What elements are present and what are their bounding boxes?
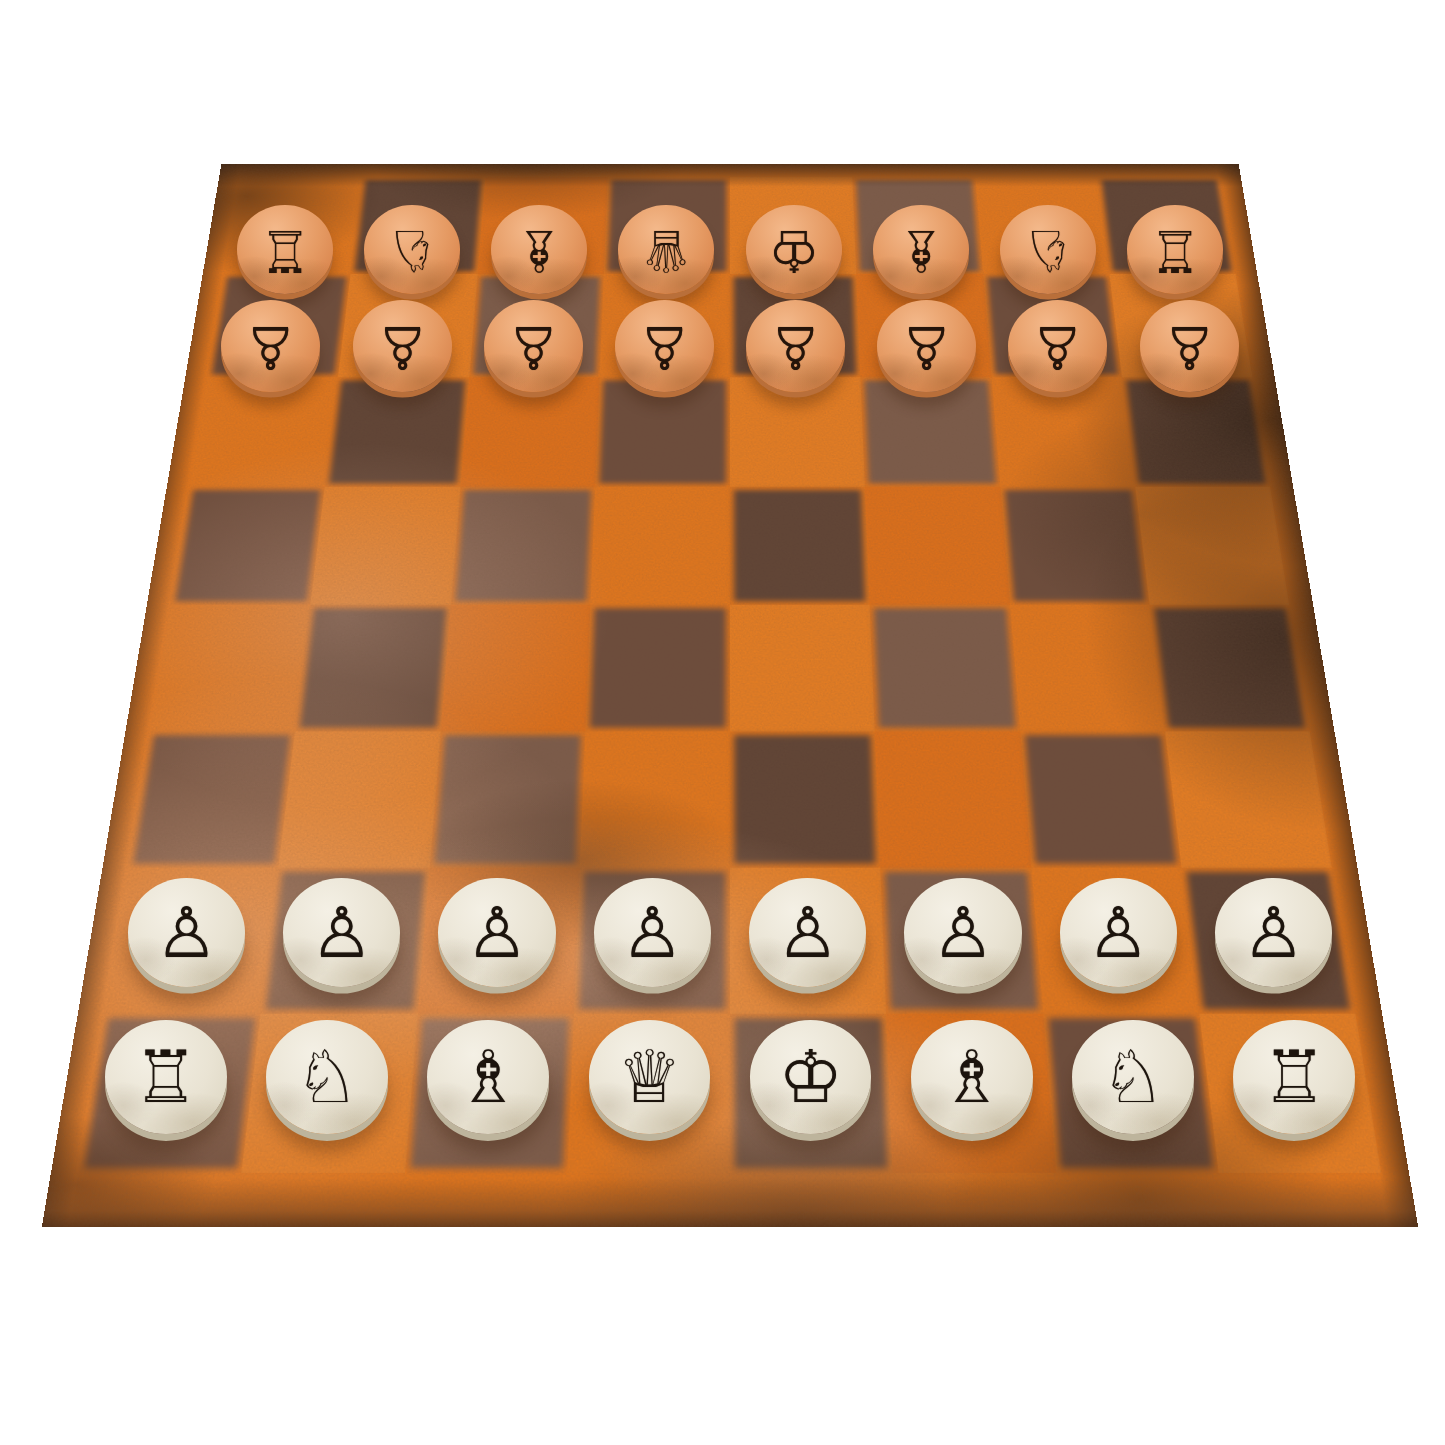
- square-f4[interactable]: [870, 605, 1020, 731]
- black-pawn-icon: ♙: [353, 300, 452, 393]
- square-b6[interactable]: [325, 377, 469, 487]
- dark-square-paint: [599, 380, 726, 484]
- square-b5[interactable]: [311, 487, 460, 605]
- dark-square-paint: [329, 380, 465, 484]
- black-bishop-icon: ♗: [873, 205, 969, 295]
- white-knight-icon: ♘: [266, 1020, 388, 1134]
- square-g4[interactable]: [1010, 605, 1165, 731]
- piece-black-rook-h8[interactable]: ♖: [1127, 205, 1223, 295]
- piece-black-bishop-f8[interactable]: ♗: [873, 205, 969, 295]
- square-f5[interactable]: [865, 487, 1010, 605]
- piece-black-pawn-a7[interactable]: ♙: [221, 300, 320, 393]
- square-c4[interactable]: [440, 605, 590, 731]
- square-h3[interactable]: [1165, 731, 1332, 867]
- dark-square-paint: [1004, 490, 1145, 601]
- piece-black-knight-g8[interactable]: ♘: [1000, 205, 1096, 295]
- dark-square-paint: [434, 735, 581, 863]
- piece-white-pawn-b2[interactable]: ♙: [283, 878, 400, 988]
- square-h6[interactable]: [1122, 377, 1270, 487]
- dark-square-paint: [1126, 380, 1266, 484]
- white-rook-icon: ♖: [105, 1020, 227, 1134]
- black-pawn-icon: ♙: [877, 300, 976, 393]
- piece-black-pawn-g7[interactable]: ♙: [1008, 300, 1107, 393]
- white-rook-icon: ♖: [1233, 1020, 1355, 1134]
- square-e6[interactable]: [730, 377, 865, 487]
- dark-square-paint: [734, 490, 866, 601]
- white-king-icon: ♔: [750, 1020, 872, 1134]
- dark-square-paint: [300, 608, 446, 727]
- piece-white-pawn-f2[interactable]: ♙: [904, 878, 1021, 988]
- white-bishop-icon: ♗: [427, 1020, 549, 1134]
- black-knight-icon: ♘: [364, 205, 460, 295]
- dark-square-paint: [455, 490, 591, 601]
- black-rook-icon: ♖: [1127, 205, 1223, 295]
- piece-black-pawn-b7[interactable]: ♙: [353, 300, 452, 393]
- black-queen-icon: ♕: [618, 205, 714, 295]
- piece-black-pawn-d7[interactable]: ♙: [615, 300, 714, 393]
- piece-white-bishop-c1[interactable]: ♗: [427, 1020, 549, 1134]
- piece-black-pawn-c7[interactable]: ♙: [484, 300, 583, 393]
- black-rook-icon: ♖: [237, 205, 333, 295]
- black-bishop-icon: ♗: [491, 205, 587, 295]
- square-f6[interactable]: [861, 377, 1000, 487]
- piece-white-rook-h1[interactable]: ♖: [1233, 1020, 1355, 1134]
- square-c6[interactable]: [460, 377, 599, 487]
- dark-square-paint: [1024, 735, 1176, 863]
- square-b3[interactable]: [279, 731, 440, 867]
- black-king-icon: ♔: [746, 205, 842, 295]
- piece-white-bishop-f1[interactable]: ♗: [911, 1020, 1033, 1134]
- piece-white-knight-b1[interactable]: ♘: [266, 1020, 388, 1134]
- piece-white-knight-g1[interactable]: ♘: [1072, 1020, 1194, 1134]
- white-knight-icon: ♘: [1072, 1020, 1194, 1134]
- chess-set-photo: ♖♘♗♕♔♗♘♖♙♙♙♙♙♙♙♙♙♙♙♙♙♙♙♙♖♘♗♕♔♗♘♖: [0, 0, 1445, 1445]
- white-pawn-icon: ♙: [128, 878, 245, 988]
- black-pawn-icon: ♙: [615, 300, 714, 393]
- black-pawn-icon: ♙: [1140, 300, 1239, 393]
- piece-white-pawn-a2[interactable]: ♙: [128, 878, 245, 988]
- square-e5[interactable]: [730, 487, 870, 605]
- piece-white-pawn-e2[interactable]: ♙: [749, 878, 866, 988]
- square-e3[interactable]: [730, 731, 880, 867]
- dark-square-paint: [734, 735, 876, 863]
- piece-black-rook-a8[interactable]: ♖: [237, 205, 333, 295]
- square-g5[interactable]: [1000, 487, 1149, 605]
- piece-black-bishop-c8[interactable]: ♗: [491, 205, 587, 295]
- piece-white-king-e1[interactable]: ♔: [750, 1020, 872, 1134]
- square-a6[interactable]: [190, 377, 338, 487]
- white-pawn-icon: ♙: [904, 878, 1021, 988]
- square-d6[interactable]: [595, 377, 730, 487]
- black-pawn-icon: ♙: [746, 300, 845, 393]
- white-queen-icon: ♕: [589, 1020, 711, 1134]
- dark-square-paint: [175, 490, 320, 601]
- square-d3[interactable]: [580, 731, 730, 867]
- dark-square-paint: [864, 380, 996, 484]
- black-pawn-icon: ♙: [484, 300, 583, 393]
- dark-square-paint: [589, 608, 726, 727]
- piece-black-king-e8[interactable]: ♔: [746, 205, 842, 295]
- square-a3[interactable]: [128, 731, 295, 867]
- piece-black-pawn-h7[interactable]: ♙: [1140, 300, 1239, 393]
- square-h4[interactable]: [1149, 605, 1309, 731]
- square-f3[interactable]: [875, 731, 1031, 867]
- black-pawn-icon: ♙: [1008, 300, 1107, 393]
- square-g3[interactable]: [1020, 731, 1181, 867]
- square-e4[interactable]: [730, 605, 875, 731]
- square-a5[interactable]: [171, 487, 325, 605]
- white-pawn-icon: ♙: [438, 878, 555, 988]
- dark-square-paint: [133, 735, 290, 863]
- piece-white-pawn-g2[interactable]: ♙: [1060, 878, 1177, 988]
- white-pawn-icon: ♙: [1060, 878, 1177, 988]
- square-d5[interactable]: [590, 487, 730, 605]
- black-pawn-icon: ♙: [221, 300, 320, 393]
- piece-white-pawn-d2[interactable]: ♙: [594, 878, 711, 988]
- square-c5[interactable]: [450, 487, 595, 605]
- piece-black-queen-d8[interactable]: ♕: [618, 205, 714, 295]
- square-d4[interactable]: [585, 605, 730, 731]
- square-g6[interactable]: [991, 377, 1135, 487]
- black-knight-icon: ♘: [1000, 205, 1096, 295]
- piece-white-queen-d1[interactable]: ♕: [589, 1020, 711, 1134]
- square-h5[interactable]: [1135, 487, 1289, 605]
- piece-white-pawn-h2[interactable]: ♙: [1215, 878, 1332, 988]
- square-a4[interactable]: [150, 605, 310, 731]
- piece-black-pawn-f7[interactable]: ♙: [877, 300, 976, 393]
- white-pawn-icon: ♙: [749, 878, 866, 988]
- dark-square-paint: [874, 608, 1015, 727]
- white-pawn-icon: ♙: [594, 878, 711, 988]
- piece-white-pawn-c2[interactable]: ♙: [438, 878, 555, 988]
- piece-black-pawn-e7[interactable]: ♙: [746, 300, 845, 393]
- square-c3[interactable]: [429, 731, 585, 867]
- piece-black-knight-b8[interactable]: ♘: [364, 205, 460, 295]
- white-pawn-icon: ♙: [1215, 878, 1332, 988]
- square-b4[interactable]: [295, 605, 450, 731]
- white-pawn-icon: ♙: [283, 878, 400, 988]
- white-bishop-icon: ♗: [911, 1020, 1033, 1134]
- dark-square-paint: [1154, 608, 1305, 727]
- piece-white-rook-a1[interactable]: ♖: [105, 1020, 227, 1134]
